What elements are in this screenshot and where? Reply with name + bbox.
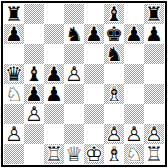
piece-glyph: ♙ (24, 104, 44, 124)
piece-white-rook[interactable]: ♜♖ (44, 144, 64, 164)
piece-white-bishop[interactable]: ♝♗ (104, 144, 124, 164)
chess-board: ♜♜♝♝♜♜♟♟♞♞♟♟♚♚♟♟♟♟♞♞♛♛♝♝♟♟♟♙♞♘♟♟♟♟♝♗♟♙♟♙… (4, 4, 164, 164)
square-b6[interactable] (24, 44, 44, 64)
square-b7[interactable] (24, 24, 44, 44)
square-f1[interactable]: ♝♗ (104, 144, 124, 164)
piece-glyph: ♔ (84, 144, 104, 164)
square-f7[interactable]: ♚♚ (104, 24, 124, 44)
square-h4[interactable] (144, 84, 164, 104)
piece-black-pawn[interactable]: ♟♟ (124, 24, 144, 44)
piece-black-king[interactable]: ♚♚ (104, 24, 124, 44)
piece-glyph: ♟ (144, 24, 164, 44)
piece-glyph: ♘ (4, 84, 24, 104)
square-d4[interactable] (64, 84, 84, 104)
piece-glyph: ♟ (4, 24, 24, 44)
piece-white-knight[interactable]: ♞♘ (4, 84, 24, 104)
square-e3[interactable] (84, 104, 104, 124)
square-a7[interactable]: ♟♟ (4, 24, 24, 44)
piece-glyph: ♟ (44, 64, 64, 84)
square-h7[interactable]: ♟♟ (144, 24, 164, 44)
piece-black-knight[interactable]: ♞♞ (64, 24, 84, 44)
square-h8[interactable]: ♜♜ (144, 4, 164, 24)
piece-glyph: ♗ (104, 84, 124, 104)
square-c3[interactable] (44, 104, 64, 124)
square-d7[interactable]: ♞♞ (64, 24, 84, 44)
square-h1[interactable]: ♜♖ (144, 144, 164, 164)
piece-black-queen[interactable]: ♛♛ (4, 64, 24, 84)
square-e6[interactable] (84, 44, 104, 64)
square-d3[interactable] (64, 104, 84, 124)
piece-white-pawn[interactable]: ♟♙ (24, 104, 44, 124)
square-c5[interactable]: ♟♟ (44, 64, 64, 84)
piece-glyph: ♙ (4, 124, 24, 144)
piece-glyph: ♟ (124, 24, 144, 44)
square-e2[interactable] (84, 124, 104, 144)
square-f2[interactable]: ♟♙ (104, 124, 124, 144)
square-b4[interactable]: ♟♟ (24, 84, 44, 104)
piece-glyph: ♙ (64, 64, 84, 84)
piece-black-pawn[interactable]: ♟♟ (44, 64, 64, 84)
square-e5[interactable] (84, 64, 104, 84)
piece-glyph: ♗ (104, 144, 124, 164)
piece-white-pawn[interactable]: ♟♙ (4, 124, 24, 144)
square-d6[interactable] (64, 44, 84, 64)
piece-glyph: ♟ (44, 84, 64, 104)
square-f3[interactable] (104, 104, 124, 124)
square-g3[interactable] (124, 104, 144, 124)
square-d5[interactable]: ♟♙ (64, 64, 84, 84)
piece-glyph: ♟ (24, 84, 44, 104)
piece-black-pawn[interactable]: ♟♟ (84, 24, 104, 44)
piece-white-rook[interactable]: ♜♖ (144, 144, 164, 164)
square-c6[interactable] (44, 44, 64, 64)
piece-glyph: ♙ (104, 124, 124, 144)
piece-black-bishop[interactable]: ♝♝ (24, 64, 44, 84)
piece-white-bishop[interactable]: ♝♗ (104, 84, 124, 104)
chess-board-frame: ♜♜♝♝♜♜♟♟♞♞♟♟♚♚♟♟♟♟♞♞♛♛♝♝♟♟♟♙♞♘♟♟♟♟♝♗♟♙♟♙… (1, 1, 167, 167)
square-e7[interactable]: ♟♟ (84, 24, 104, 44)
piece-glyph: ♙ (124, 124, 144, 144)
square-a6[interactable] (4, 44, 24, 64)
piece-white-queen[interactable]: ♛♕ (64, 144, 84, 164)
square-a4[interactable]: ♞♘ (4, 84, 24, 104)
square-d2[interactable] (64, 124, 84, 144)
square-a1[interactable] (4, 144, 24, 164)
piece-black-pawn[interactable]: ♟♟ (4, 24, 24, 44)
piece-black-rook[interactable]: ♜♜ (4, 4, 24, 24)
square-a8[interactable]: ♜♜ (4, 4, 24, 24)
square-e8[interactable] (84, 4, 104, 24)
square-h6[interactable] (144, 44, 164, 64)
piece-glyph: ♜ (144, 4, 164, 24)
square-g4[interactable] (124, 84, 144, 104)
piece-glyph: ♝ (104, 4, 124, 24)
square-c4[interactable]: ♟♟ (44, 84, 64, 104)
square-h5[interactable] (144, 64, 164, 84)
square-h2[interactable]: ♟♙ (144, 124, 164, 144)
square-e1[interactable]: ♚♔ (84, 144, 104, 164)
square-g2[interactable]: ♟♙ (124, 124, 144, 144)
square-a5[interactable]: ♛♛ (4, 64, 24, 84)
square-c2[interactable] (44, 124, 64, 144)
square-c1[interactable]: ♜♖ (44, 144, 64, 164)
piece-glyph: ♚ (104, 24, 124, 44)
piece-white-pawn[interactable]: ♟♙ (64, 64, 84, 84)
piece-glyph: ♕ (64, 144, 84, 164)
piece-glyph: ♖ (44, 144, 64, 164)
piece-black-pawn[interactable]: ♟♟ (44, 84, 64, 104)
piece-white-king[interactable]: ♚♔ (84, 144, 104, 164)
piece-glyph: ♞ (64, 24, 84, 44)
piece-black-rook[interactable]: ♜♜ (144, 4, 164, 24)
piece-black-pawn[interactable]: ♟♟ (144, 24, 164, 44)
square-d8[interactable] (64, 4, 84, 24)
piece-black-bishop[interactable]: ♝♝ (104, 4, 124, 24)
square-g5[interactable] (124, 64, 144, 84)
square-b3[interactable]: ♟♙ (24, 104, 44, 124)
square-f5[interactable] (104, 64, 124, 84)
piece-glyph: ♘ (124, 144, 144, 164)
square-c8[interactable] (44, 4, 64, 24)
piece-glyph: ♖ (144, 144, 164, 164)
square-h3[interactable] (144, 104, 164, 124)
piece-glyph: ♙ (144, 124, 164, 144)
square-e4[interactable] (84, 84, 104, 104)
piece-black-knight[interactable]: ♞♞ (104, 44, 124, 64)
piece-glyph: ♟ (84, 24, 104, 44)
square-a2[interactable]: ♟♙ (4, 124, 24, 144)
square-b8[interactable] (24, 4, 44, 24)
piece-white-knight[interactable]: ♞♘ (124, 144, 144, 164)
piece-white-pawn[interactable]: ♟♙ (144, 124, 164, 144)
square-b2[interactable] (24, 124, 44, 144)
piece-white-pawn[interactable]: ♟♙ (124, 124, 144, 144)
piece-glyph: ♛ (4, 64, 24, 84)
piece-glyph: ♜ (4, 4, 24, 24)
square-c7[interactable] (44, 24, 64, 44)
piece-white-pawn[interactable]: ♟♙ (104, 124, 124, 144)
square-g7[interactable]: ♟♟ (124, 24, 144, 44)
square-b5[interactable]: ♝♝ (24, 64, 44, 84)
square-b1[interactable] (24, 144, 44, 164)
piece-glyph: ♝ (24, 64, 44, 84)
piece-glyph: ♞ (104, 44, 124, 64)
square-a3[interactable] (4, 104, 24, 124)
square-f4[interactable]: ♝♗ (104, 84, 124, 104)
square-g6[interactable] (124, 44, 144, 64)
square-f8[interactable]: ♝♝ (104, 4, 124, 24)
piece-black-pawn[interactable]: ♟♟ (24, 84, 44, 104)
square-g1[interactable]: ♞♘ (124, 144, 144, 164)
square-g8[interactable] (124, 4, 144, 24)
square-d1[interactable]: ♛♕ (64, 144, 84, 164)
square-f6[interactable]: ♞♞ (104, 44, 124, 64)
